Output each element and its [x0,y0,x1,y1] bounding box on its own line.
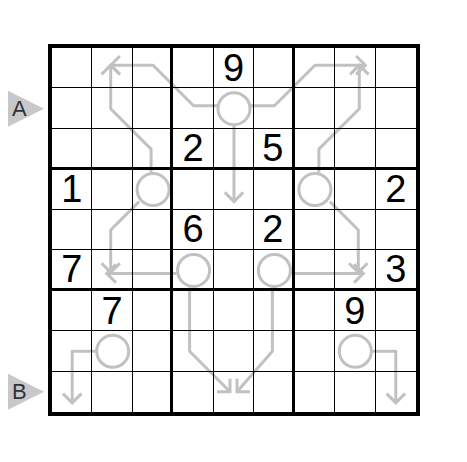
cell-r1c8[interactable] [335,48,375,88]
cell-r7c3[interactable] [133,291,173,331]
cell-r2c7[interactable] [295,88,335,128]
cell-r3c7[interactable] [295,129,335,170]
cell-r6c3[interactable] [133,250,173,291]
cell-r1c3[interactable] [133,48,173,88]
cell-r4c6[interactable] [254,170,294,210]
cell-r3c3[interactable] [133,129,173,170]
cell-r1c1[interactable] [52,48,92,88]
cell-r6c9: 3 [376,250,416,291]
cell-r4c7[interactable] [295,170,335,210]
cell-r5c3[interactable] [133,210,173,250]
cell-r9c8[interactable] [335,372,375,412]
cell-r7c1[interactable] [52,291,92,331]
sudoku-board: 92512627379 [48,44,420,416]
cell-r4c5[interactable] [214,170,254,210]
cell-r6c4[interactable] [173,250,213,291]
cell-r1c7[interactable] [295,48,335,88]
cell-r8c7[interactable] [295,331,335,371]
cell-r8c3[interactable] [133,331,173,371]
puzzle-canvas: AB 92512627379 [0,0,467,462]
cell-r5c8[interactable] [335,210,375,250]
cell-r1c4[interactable] [173,48,213,88]
cell-r9c7[interactable] [295,372,335,412]
cell-r3c8[interactable] [335,129,375,170]
cell-r2c1[interactable] [52,88,92,128]
cell-r7c7[interactable] [295,291,335,331]
cell-r2c8[interactable] [335,88,375,128]
cell-r2c3[interactable] [133,88,173,128]
cell-r7c4[interactable] [173,291,213,331]
cell-r8c6[interactable] [254,331,294,371]
row-marker-A-label: A [12,96,27,121]
cell-r2c4[interactable] [173,88,213,128]
cell-r5c6: 2 [254,210,294,250]
cell-r9c4[interactable] [173,372,213,412]
cell-r1c6[interactable] [254,48,294,88]
cell-r4c8[interactable] [335,170,375,210]
cell-r9c5[interactable] [214,372,254,412]
cell-r4c3[interactable] [133,170,173,210]
cell-r5c5[interactable] [214,210,254,250]
cell-r9c2[interactable] [92,372,132,412]
cell-r6c7[interactable] [295,250,335,291]
cell-r6c5[interactable] [214,250,254,291]
cell-r6c8[interactable] [335,250,375,291]
cell-r2c9[interactable] [376,88,416,128]
cell-r4c4[interactable] [173,170,213,210]
cell-r3c4: 2 [173,129,213,170]
cell-r7c8: 9 [335,291,375,331]
cell-r1c5: 9 [214,48,254,88]
cell-r5c1[interactable] [52,210,92,250]
cell-r7c2: 7 [92,291,132,331]
cell-r3c5[interactable] [214,129,254,170]
cell-r8c4[interactable] [173,331,213,371]
cell-r8c5[interactable] [214,331,254,371]
row-marker-B-label: B [12,379,27,404]
cell-r9c6[interactable] [254,372,294,412]
cell-r1c2[interactable] [92,48,132,88]
cell-r5c9[interactable] [376,210,416,250]
cell-r3c2[interactable] [92,129,132,170]
cell-r7c6[interactable] [254,291,294,331]
cell-r6c2[interactable] [92,250,132,291]
cell-r5c4: 6 [173,210,213,250]
cell-r3c9[interactable] [376,129,416,170]
cell-r7c9[interactable] [376,291,416,331]
cell-r1c9[interactable] [376,48,416,88]
cell-r5c2[interactable] [92,210,132,250]
cell-r5c7[interactable] [295,210,335,250]
cell-r6c1: 7 [52,250,92,291]
cell-r4c2[interactable] [92,170,132,210]
cell-r2c6[interactable] [254,88,294,128]
cell-r9c9[interactable] [376,372,416,412]
cell-r4c1: 1 [52,170,92,210]
cell-r8c2[interactable] [92,331,132,371]
cell-r9c3[interactable] [133,372,173,412]
cell-r2c2[interactable] [92,88,132,128]
cell-r4c9: 2 [376,170,416,210]
cell-r6c6[interactable] [254,250,294,291]
cell-r8c1[interactable] [52,331,92,371]
cell-r3c1[interactable] [52,129,92,170]
cell-r3c6: 5 [254,129,294,170]
cell-r8c8[interactable] [335,331,375,371]
cell-r2c5[interactable] [214,88,254,128]
cell-r8c9[interactable] [376,331,416,371]
cell-r7c5[interactable] [214,291,254,331]
cell-r9c1[interactable] [52,372,92,412]
